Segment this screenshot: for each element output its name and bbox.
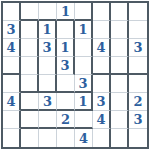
cell-r2c7[interactable]: 3 (129, 39, 147, 57)
cell-r5c0[interactable]: 4 (3, 93, 21, 111)
given-digit: 3 (133, 113, 142, 126)
cell-r4c1[interactable] (21, 75, 39, 93)
cell-r1c5[interactable] (93, 21, 111, 39)
cell-r2c2[interactable]: 3 (39, 39, 57, 57)
given-digit: 1 (78, 94, 87, 107)
cell-r5c4[interactable]: 1 (75, 93, 93, 111)
cell-r6c0[interactable] (3, 111, 21, 129)
cell-r1c2[interactable]: 1 (39, 21, 57, 39)
given-digit: 1 (60, 41, 69, 54)
cell-r4c5[interactable] (93, 75, 111, 93)
cell-r5c5[interactable]: 3 (93, 93, 111, 111)
given-digit: 3 (60, 59, 69, 72)
cell-r3c0[interactable] (3, 57, 21, 75)
cell-r5c2[interactable]: 3 (39, 93, 57, 111)
cell-r3c7[interactable] (129, 57, 147, 75)
given-digit: 1 (78, 23, 87, 36)
cell-r7c3[interactable] (57, 129, 75, 147)
cell-r1c0[interactable]: 3 (3, 21, 21, 39)
given-digit: 3 (42, 41, 51, 54)
cell-r3c4[interactable] (75, 57, 93, 75)
cell-r4c3[interactable] (57, 75, 75, 93)
given-digit: 4 (79, 131, 88, 144)
cell-r5c7[interactable]: 2 (129, 93, 147, 111)
cell-r0c3[interactable]: 1 (57, 3, 75, 21)
cell-r0c2[interactable] (39, 3, 57, 21)
cell-r6c1[interactable] (21, 111, 39, 129)
cell-r2c3[interactable]: 1 (57, 39, 75, 57)
given-digit: 1 (61, 4, 70, 17)
cell-r7c5[interactable] (93, 129, 111, 147)
cell-r2c0[interactable]: 4 (3, 39, 21, 57)
cell-r1c7[interactable] (129, 21, 147, 39)
given-digit: 2 (133, 95, 142, 108)
cell-r6c3[interactable]: 2 (57, 111, 75, 129)
cell-r7c6[interactable] (111, 129, 129, 147)
cell-r7c0[interactable] (3, 129, 21, 147)
given-digit: 4 (6, 95, 15, 108)
cell-r4c7[interactable] (129, 75, 147, 93)
cell-r1c1[interactable] (21, 21, 39, 39)
cell-r1c3[interactable] (57, 21, 75, 39)
cell-r3c5[interactable] (93, 57, 111, 75)
cell-r2c4[interactable] (75, 39, 93, 57)
cell-r3c1[interactable] (21, 57, 39, 75)
cell-r7c7[interactable] (129, 129, 147, 147)
cell-r6c5[interactable]: 4 (93, 111, 111, 129)
puzzle-board: 13114314333431322434 (1, 1, 149, 149)
given-digit: 4 (96, 113, 105, 126)
cell-r2c5[interactable]: 4 (93, 39, 111, 57)
cell-r4c4[interactable]: 3 (75, 75, 93, 93)
cell-r7c1[interactable] (21, 129, 39, 147)
cell-r5c1[interactable] (21, 93, 39, 111)
cell-r1c4[interactable]: 1 (75, 21, 93, 39)
cell-r4c6[interactable] (111, 75, 129, 93)
cell-r2c6[interactable] (111, 39, 129, 57)
cell-r2c1[interactable] (21, 39, 39, 57)
cell-r0c6[interactable] (111, 3, 129, 21)
given-digit: 3 (43, 94, 52, 107)
cell-r6c4[interactable] (75, 111, 93, 129)
given-digit: 3 (6, 23, 15, 36)
cell-r6c6[interactable] (111, 111, 129, 129)
cell-r7c2[interactable] (39, 129, 57, 147)
cell-r4c0[interactable] (3, 75, 21, 93)
cell-r7c4[interactable]: 4 (75, 129, 93, 147)
cell-r6c2[interactable] (39, 111, 57, 129)
given-digit: 2 (61, 112, 70, 125)
cell-r6c7[interactable]: 3 (129, 111, 147, 129)
cell-r0c4[interactable] (75, 3, 93, 21)
cell-r0c0[interactable] (3, 3, 21, 21)
given-digit: 4 (96, 41, 105, 54)
cell-r4c2[interactable] (39, 75, 57, 93)
cell-r0c1[interactable] (21, 3, 39, 21)
cell-r3c3[interactable]: 3 (57, 57, 75, 75)
cell-r0c5[interactable] (93, 3, 111, 21)
cell-r0c7[interactable] (129, 3, 147, 21)
cell-r1c6[interactable] (111, 21, 129, 39)
cell-r3c6[interactable] (111, 57, 129, 75)
given-digit: 1 (42, 23, 51, 36)
cell-r5c3[interactable] (57, 93, 75, 111)
given-digit: 3 (96, 95, 105, 108)
cell-r5c6[interactable] (111, 93, 129, 111)
given-digit: 4 (6, 41, 15, 54)
cell-r3c2[interactable] (39, 57, 57, 75)
given-digit: 3 (133, 41, 142, 54)
given-digit: 3 (78, 76, 87, 89)
